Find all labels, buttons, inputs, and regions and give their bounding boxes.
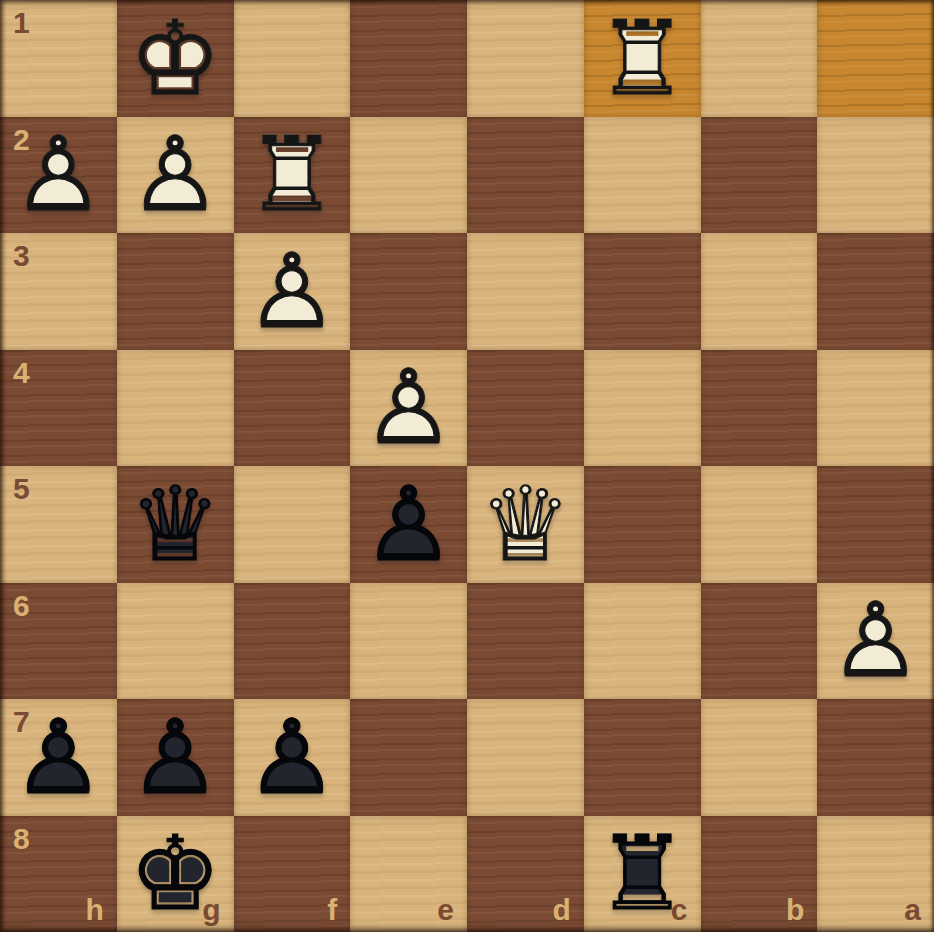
square-f3[interactable]: ♟︎♙︎ [234,233,351,350]
white-pawn-a6[interactable]: ♟︎♙︎ [829,589,921,692]
black-pawn-outline-icon: ♙︎ [246,706,338,809]
square-f1[interactable] [234,0,351,117]
square-e4[interactable]: ♟︎♙︎ [350,350,467,467]
square-h8[interactable]: 8h [0,816,117,932]
square-d7[interactable] [467,699,584,816]
white-pawn-outline-icon: ♙︎ [246,240,338,343]
white-rook-outline-icon: ♖︎ [596,7,688,110]
square-d4[interactable] [467,350,584,467]
file-label-f: f [327,895,337,925]
file-label-b: b [786,895,804,925]
square-f8[interactable]: f [234,816,351,932]
black-queen-g5[interactable]: ♛︎♕︎ [129,473,221,576]
square-f4[interactable] [234,350,351,467]
square-g6[interactable] [117,583,234,700]
white-pawn-h2[interactable]: ♟︎♙︎ [12,123,104,226]
white-king-g1[interactable]: ♚︎♔︎ [129,7,221,110]
black-rook-outline-icon: ♖︎ [596,822,688,925]
square-a5[interactable] [817,466,934,583]
rank-label-1: 1 [13,8,30,38]
square-g1[interactable]: ♚︎♔︎ [117,0,234,117]
file-label-d: d [552,895,570,925]
square-f2[interactable]: ♜︎♖︎ [234,117,351,234]
square-a3[interactable] [817,233,934,350]
square-f5[interactable] [234,466,351,583]
black-pawn-outline-icon: ♙︎ [12,706,104,809]
square-b5[interactable] [701,466,818,583]
square-h1[interactable]: 1 [0,0,117,117]
square-c6[interactable] [584,583,701,700]
black-rook-c8[interactable]: ♜︎♖︎ [596,822,688,925]
white-rook-c1[interactable]: ♜︎♖︎ [596,7,688,110]
square-g2[interactable]: ♟︎♙︎ [117,117,234,234]
black-pawn-outline-icon: ♙︎ [129,706,221,809]
rank-label-8: 8 [13,824,30,854]
white-pawn-f3[interactable]: ♟︎♙︎ [246,240,338,343]
square-a2[interactable] [817,117,934,234]
black-pawn-f7[interactable]: ♟︎♙︎ [246,706,338,809]
file-label-e: e [437,895,454,925]
square-a8[interactable]: a [817,816,934,932]
square-e7[interactable] [350,699,467,816]
square-c3[interactable] [584,233,701,350]
white-pawn-outline-icon: ♙︎ [362,356,454,459]
file-label-h: h [85,895,103,925]
square-a4[interactable] [817,350,934,467]
chess-board: 1♚︎♔︎♜︎♖︎2♟︎♙︎♟︎♙︎♜︎♖︎3♟︎♙︎4♟︎♙︎5♛︎♕︎♟︎♙… [0,0,934,932]
black-queen-outline-icon: ♕︎ [129,473,221,576]
square-c1[interactable]: ♜︎♖︎ [584,0,701,117]
square-d6[interactable] [467,583,584,700]
square-a1[interactable] [817,0,934,117]
square-f6[interactable] [234,583,351,700]
white-queen-d5[interactable]: ♛︎♕︎ [479,473,571,576]
rank-label-5: 5 [13,474,30,504]
square-h7[interactable]: 7♟︎♙︎ [0,699,117,816]
white-pawn-outline-icon: ♙︎ [829,589,921,692]
square-e5[interactable]: ♟︎♙︎ [350,466,467,583]
square-e6[interactable] [350,583,467,700]
square-d2[interactable] [467,117,584,234]
rank-label-4: 4 [13,358,30,388]
white-pawn-outline-icon: ♙︎ [129,123,221,226]
square-e8[interactable]: e [350,816,467,932]
square-a7[interactable] [817,699,934,816]
square-b1[interactable] [701,0,818,117]
square-d3[interactable] [467,233,584,350]
black-pawn-outline-icon: ♙︎ [362,473,454,576]
square-b3[interactable] [701,233,818,350]
black-pawn-h7[interactable]: ♟︎♙︎ [12,706,104,809]
square-h6[interactable]: 6 [0,583,117,700]
square-e3[interactable] [350,233,467,350]
square-c2[interactable] [584,117,701,234]
square-c7[interactable] [584,699,701,816]
white-rook-outline-icon: ♖︎ [246,123,338,226]
square-b8[interactable]: b [701,816,818,932]
square-d5[interactable]: ♛︎♕︎ [467,466,584,583]
square-h4[interactable]: 4 [0,350,117,467]
square-g5[interactable]: ♛︎♕︎ [117,466,234,583]
square-c5[interactable] [584,466,701,583]
file-label-a: a [904,895,921,925]
black-king-outline-icon: ♔︎ [129,822,221,925]
square-h3[interactable]: 3 [0,233,117,350]
rank-label-6: 6 [13,591,30,621]
square-g8[interactable]: g♚︎♔︎ [117,816,234,932]
square-d8[interactable]: d [467,816,584,932]
white-pawn-outline-icon: ♙︎ [12,123,104,226]
square-b2[interactable] [701,117,818,234]
square-g7[interactable]: ♟︎♙︎ [117,699,234,816]
square-e2[interactable] [350,117,467,234]
white-king-outline-icon: ♔︎ [129,7,221,110]
square-f7[interactable]: ♟︎♙︎ [234,699,351,816]
white-queen-outline-icon: ♕︎ [479,473,571,576]
white-pawn-e4[interactable]: ♟︎♙︎ [362,356,454,459]
square-g4[interactable] [117,350,234,467]
black-pawn-g7[interactable]: ♟︎♙︎ [129,706,221,809]
square-h2[interactable]: 2♟︎♙︎ [0,117,117,234]
square-b6[interactable] [701,583,818,700]
black-king-g8[interactable]: ♚︎♔︎ [129,822,221,925]
square-c8[interactable]: c♜︎♖︎ [584,816,701,932]
white-pawn-g2[interactable]: ♟︎♙︎ [129,123,221,226]
square-b4[interactable] [701,350,818,467]
square-b7[interactable] [701,699,818,816]
square-g3[interactable] [117,233,234,350]
rank-label-3: 3 [13,241,30,271]
black-pawn-e5[interactable]: ♟︎♙︎ [362,473,454,576]
square-d1[interactable] [467,0,584,117]
square-h5[interactable]: 5 [0,466,117,583]
white-rook-f2[interactable]: ♜︎♖︎ [246,123,338,226]
square-a6[interactable]: ♟︎♙︎ [817,583,934,700]
square-e1[interactable] [350,0,467,117]
square-c4[interactable] [584,350,701,467]
